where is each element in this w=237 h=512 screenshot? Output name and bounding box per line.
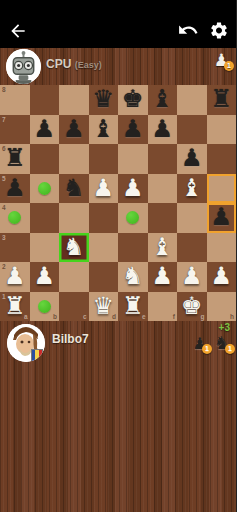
- piece-black-rook-h8[interactable]: ♜: [207, 85, 237, 115]
- square-h5[interactable]: [207, 174, 237, 204]
- robot-avatar-icon: [6, 70, 41, 84]
- piece-black-pawn-b7[interactable]: ♟: [30, 115, 60, 145]
- square-b1[interactable]: b: [30, 292, 60, 322]
- square-e3[interactable]: [118, 233, 148, 263]
- piece-white-pawn-e5[interactable]: ♟: [118, 174, 148, 204]
- player-flag: [31, 349, 43, 362]
- square-a4[interactable]: 4: [0, 203, 30, 233]
- square-e1[interactable]: e♜: [118, 292, 148, 322]
- square-a8[interactable]: 8: [0, 85, 30, 115]
- square-a6[interactable]: 6♜: [0, 144, 30, 174]
- piece-black-rook-a6[interactable]: ♜: [0, 144, 30, 174]
- piece-white-pawn-d5[interactable]: ♟: [89, 174, 119, 204]
- square-e6[interactable]: [118, 144, 148, 174]
- square-c1[interactable]: c: [59, 292, 89, 322]
- piece-black-pawn-a5[interactable]: ♟: [0, 174, 30, 204]
- captured-white-pawn: ♟1: [214, 52, 229, 69]
- opponent-row: CPU (Easy) ♟1: [0, 48, 236, 85]
- legal-move-dot-b1[interactable]: [38, 300, 51, 313]
- file-label-b: b: [53, 314, 57, 321]
- piece-black-bishop-d7[interactable]: ♝: [89, 115, 119, 145]
- square-g1[interactable]: g♚: [177, 292, 207, 322]
- piece-black-queen-d8[interactable]: ♛: [89, 85, 119, 115]
- captured-count-badge: 1: [225, 344, 235, 354]
- square-c8[interactable]: [59, 85, 89, 115]
- opponent-avatar: [6, 49, 41, 84]
- square-a1[interactable]: 1a♜: [0, 292, 30, 322]
- square-f6[interactable]: [148, 144, 178, 174]
- piece-black-pawn-e7[interactable]: ♟: [118, 115, 148, 145]
- piece-black-knight-c5[interactable]: ♞: [59, 174, 89, 204]
- undo-arrow-icon: [178, 22, 200, 40]
- back-button[interactable]: [8, 21, 28, 41]
- piece-black-pawn-h4[interactable]: ♟: [207, 203, 237, 233]
- square-b8[interactable]: [30, 85, 60, 115]
- square-c7[interactable]: ♟: [59, 115, 89, 145]
- undo-button[interactable]: [178, 22, 200, 40]
- square-f3[interactable]: ♝: [148, 233, 178, 263]
- square-f1[interactable]: f: [148, 292, 178, 322]
- square-h8[interactable]: ♜: [207, 85, 237, 115]
- square-c3[interactable]: ♞: [59, 233, 89, 263]
- square-g3[interactable]: [177, 233, 207, 263]
- piece-black-pawn-g6[interactable]: ♟: [177, 144, 207, 174]
- piece-white-pawn-g2[interactable]: ♟: [177, 262, 207, 292]
- square-d5[interactable]: ♟: [89, 174, 119, 204]
- file-label-c: c: [83, 314, 87, 321]
- square-c6[interactable]: [59, 144, 89, 174]
- settings-button[interactable]: [209, 20, 229, 41]
- square-e2[interactable]: ♞: [118, 262, 148, 292]
- square-f5[interactable]: [148, 174, 178, 204]
- opponent-level: (Easy): [75, 60, 102, 70]
- square-b3[interactable]: [30, 233, 60, 263]
- gear-icon: [209, 20, 229, 41]
- file-label-h: h: [230, 314, 234, 321]
- square-f8[interactable]: ♝: [148, 85, 178, 115]
- opponent-captured-tray: ♟1: [214, 52, 229, 69]
- square-d3[interactable]: [89, 233, 119, 263]
- square-e8[interactable]: ♚: [118, 85, 148, 115]
- piece-white-bishop-f3[interactable]: ♝: [148, 233, 178, 263]
- square-a3[interactable]: 3: [0, 233, 30, 263]
- rank-label-8: 8: [2, 87, 6, 94]
- square-g2[interactable]: ♟: [177, 262, 207, 292]
- player-name: Bilbo7: [52, 332, 89, 346]
- square-d2[interactable]: [89, 262, 119, 292]
- piece-white-queen-d1[interactable]: ♛: [89, 292, 119, 322]
- square-f2[interactable]: ♟: [148, 262, 178, 292]
- piece-white-pawn-h2[interactable]: ♟: [207, 262, 237, 292]
- square-d4[interactable]: [89, 203, 119, 233]
- captured-count-badge: 1: [202, 344, 212, 354]
- piece-white-pawn-a2[interactable]: ♟: [0, 262, 30, 292]
- square-d8[interactable]: ♛: [89, 85, 119, 115]
- rank-label-7: 7: [2, 117, 6, 124]
- square-e5[interactable]: ♟: [118, 174, 148, 204]
- rank-label-4: 4: [2, 205, 6, 212]
- piece-black-king-e8[interactable]: ♚: [118, 85, 148, 115]
- piece-white-rook-a1[interactable]: ♜: [0, 292, 30, 322]
- file-label-f: f: [173, 314, 175, 321]
- piece-black-pawn-c7[interactable]: ♟: [59, 115, 89, 145]
- piece-black-bishop-f8[interactable]: ♝: [148, 85, 178, 115]
- piece-white-rook-e1[interactable]: ♜: [118, 292, 148, 322]
- square-a7[interactable]: 7: [0, 115, 30, 145]
- square-h2[interactable]: ♟: [207, 262, 237, 292]
- square-b2[interactable]: ♟: [30, 262, 60, 292]
- square-d7[interactable]: ♝: [89, 115, 119, 145]
- square-h3[interactable]: [207, 233, 237, 263]
- square-h1[interactable]: h: [207, 292, 237, 322]
- square-h7[interactable]: [207, 115, 237, 145]
- legal-move-dot-a4[interactable]: [8, 211, 21, 224]
- square-g4[interactable]: [177, 203, 207, 233]
- square-a2[interactable]: 2♟: [0, 262, 30, 292]
- legal-move-dot-b5[interactable]: [38, 182, 51, 195]
- square-d1[interactable]: d♛: [89, 292, 119, 322]
- rank-label-3: 3: [2, 235, 6, 242]
- piece-white-knight-c3[interactable]: ♞: [59, 233, 89, 263]
- top-bar: [0, 0, 236, 48]
- square-b5[interactable]: [30, 174, 60, 204]
- square-f7[interactable]: ♟: [148, 115, 178, 145]
- square-e7[interactable]: ♟: [118, 115, 148, 145]
- piece-black-pawn-f7[interactable]: ♟: [148, 115, 178, 145]
- back-arrow-icon: [8, 21, 28, 41]
- square-c4[interactable]: [59, 203, 89, 233]
- captured-count-badge: 1: [224, 61, 234, 71]
- square-h4[interactable]: ♟: [207, 203, 237, 233]
- square-h6[interactable]: [207, 144, 237, 174]
- app-screen: CPU (Easy) ♟1 8♛♚♝♜7♟♟♝♟♟6♜♟5♟♞♟♟♝4♟3♞♝2…: [0, 0, 236, 512]
- square-f4[interactable]: [148, 203, 178, 233]
- piece-white-pawn-b2[interactable]: ♟: [30, 262, 60, 292]
- player-captured-tray: ♟1 ♞1: [193, 334, 230, 352]
- square-g8[interactable]: [177, 85, 207, 115]
- piece-white-bishop-g5[interactable]: ♝: [177, 174, 207, 204]
- square-a5[interactable]: 5♟: [0, 174, 30, 204]
- square-b6[interactable]: [30, 144, 60, 174]
- square-e4[interactable]: [118, 203, 148, 233]
- captured-black-knight: ♞1: [214, 334, 230, 352]
- square-g5[interactable]: ♝: [177, 174, 207, 204]
- square-c2[interactable]: [59, 262, 89, 292]
- piece-white-pawn-f2[interactable]: ♟: [148, 262, 178, 292]
- square-g6[interactable]: ♟: [177, 144, 207, 174]
- square-b7[interactable]: ♟: [30, 115, 60, 145]
- square-c5[interactable]: ♞: [59, 174, 89, 204]
- opponent-name: CPU (Easy): [46, 57, 102, 71]
- legal-move-dot-e4[interactable]: [126, 211, 139, 224]
- square-d6[interactable]: [89, 144, 119, 174]
- captured-black-pawn: ♟1: [193, 336, 207, 352]
- piece-white-knight-e2[interactable]: ♞: [118, 262, 148, 292]
- player-avatar: [7, 324, 45, 362]
- chess-board: 8♛♚♝♜7♟♟♝♟♟6♜♟5♟♞♟♟♝4♟3♞♝2♟♟♞♟♟♟1a♜bcd♛e…: [0, 85, 236, 321]
- piece-white-king-g1[interactable]: ♚: [177, 292, 207, 322]
- square-b4[interactable]: [30, 203, 60, 233]
- square-g7[interactable]: [177, 115, 207, 145]
- player-row: Bilbo7 +3 ♟1 ♞1: [0, 321, 236, 371]
